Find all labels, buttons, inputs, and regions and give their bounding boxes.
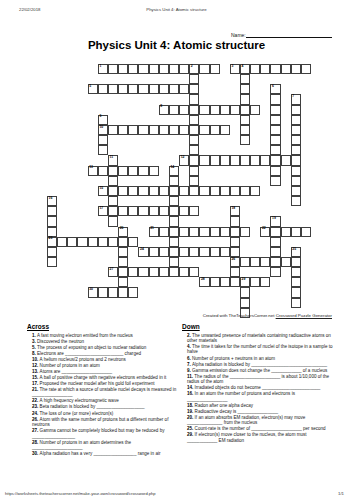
grid-cell-r0c11[interactable] xyxy=(159,64,169,74)
grid-blank xyxy=(128,145,138,155)
grid-blank xyxy=(88,206,98,216)
grid-cell-r9c13[interactable]: 12 xyxy=(179,155,189,165)
grid-cell-r10c5[interactable] xyxy=(98,166,108,176)
grid-cell-r0c20[interactable] xyxy=(250,64,260,74)
grid-cell-r15c12[interactable] xyxy=(169,216,179,226)
grid-blank xyxy=(128,155,138,165)
grid-cell-r7c14[interactable] xyxy=(189,135,199,145)
grid-cell-r19c24[interactable] xyxy=(291,257,301,267)
grid-cell-r4c16[interactable] xyxy=(210,105,220,115)
grid-cell-r20c24[interactable] xyxy=(291,267,301,277)
grid-cell-r8c14[interactable] xyxy=(189,145,199,155)
grid-blank xyxy=(159,145,169,155)
name-row: Name: xyxy=(231,32,332,38)
grid-blank xyxy=(88,155,98,165)
grid-cell-r17c8[interactable] xyxy=(128,237,138,247)
grid-cell-r4c14[interactable] xyxy=(189,105,199,115)
grid-cell-r14c14[interactable] xyxy=(189,206,199,216)
grid-cell-r14c13[interactable] xyxy=(179,206,189,216)
grid-blank xyxy=(189,216,199,226)
grid-cell-r22c19[interactable] xyxy=(240,287,250,297)
grid-cell-r17c5[interactable] xyxy=(98,237,108,247)
grid-cell-r10c14[interactable] xyxy=(189,166,199,176)
credit-line: Created with TheTeachersCorner.net Cross… xyxy=(203,313,332,318)
grid-cell-r20c6[interactable]: 27 xyxy=(108,267,118,277)
grid-blank xyxy=(169,277,179,287)
grid-cell-r10c4[interactable]: 13 xyxy=(88,166,98,176)
grid-cell-r2c14[interactable] xyxy=(189,84,199,94)
grid-blank xyxy=(47,115,57,125)
cell-number-1: 1 xyxy=(99,65,101,69)
grid-cell-r0c9[interactable] xyxy=(138,64,148,74)
grid-cell-r3c19[interactable] xyxy=(240,94,250,104)
grid-cell-r12c14[interactable] xyxy=(189,186,199,196)
grid-cell-r18c17[interactable] xyxy=(220,247,230,257)
grid-cell-r15c0[interactable] xyxy=(47,216,57,226)
grid-cell-r0c23[interactable] xyxy=(281,64,291,74)
grid-cell-r18c10[interactable] xyxy=(149,247,159,257)
grid-cell-r2c7[interactable] xyxy=(118,84,128,94)
grid-cell-r16c23[interactable] xyxy=(281,227,291,237)
grid-cell-r2c12[interactable] xyxy=(169,84,179,94)
grid-blank xyxy=(199,196,209,206)
grid-cell-r2c10[interactable] xyxy=(149,84,159,94)
grid-cell-r8c5[interactable] xyxy=(98,145,108,155)
grid-cell-r15c18[interactable] xyxy=(230,216,240,226)
grid-cell-r0c19[interactable]: 4 xyxy=(240,64,250,74)
grid-cell-r21c15[interactable]: 28 xyxy=(199,277,209,287)
grid-cell-r9c6[interactable]: 11 xyxy=(108,155,118,165)
grid-blank xyxy=(47,84,57,94)
grid-cell-r18c15[interactable] xyxy=(199,247,209,257)
grid-cell-r17c1[interactable] xyxy=(57,237,67,247)
grid-cell-r21c7[interactable] xyxy=(118,277,128,287)
grid-cell-r12c18[interactable] xyxy=(230,186,240,196)
grid-cell-r21c16[interactable] xyxy=(210,277,220,287)
grid-cell-r0c18[interactable]: 3 xyxy=(230,64,240,74)
grid-cell-r2c6[interactable] xyxy=(108,84,118,94)
grid-cell-r22c7[interactable] xyxy=(118,287,128,297)
grid-cell-r22c6[interactable] xyxy=(108,287,118,297)
grid-blank xyxy=(77,277,87,287)
grid-cell-r0c16[interactable] xyxy=(210,64,220,74)
clue-12: 12. Number of protons in an atom xyxy=(27,363,177,368)
grid-cell-r6c10[interactable] xyxy=(149,125,159,135)
grid-cell-r0c13[interactable] xyxy=(179,64,189,74)
grid-cell-r10c6[interactable] xyxy=(108,166,118,176)
grid-cell-r12c7[interactable] xyxy=(118,186,128,196)
grid-cell-r22c8[interactable] xyxy=(128,287,138,297)
grid-cell-r20c13[interactable] xyxy=(179,267,189,277)
grid-blank xyxy=(169,135,179,145)
grid-cell-r6c9[interactable] xyxy=(138,125,148,135)
grid-cell-r17c18[interactable] xyxy=(230,237,240,247)
grid-cell-r9c24[interactable] xyxy=(291,155,301,165)
grid-blank xyxy=(67,74,77,84)
page-title: Physics Unit 4: Atomic structure xyxy=(0,39,353,51)
grid-cell-r12c13[interactable] xyxy=(179,186,189,196)
cell-number-22: 22 xyxy=(262,227,266,231)
cell-number-15: 15 xyxy=(99,187,103,191)
grid-cell-r16c14[interactable] xyxy=(189,227,199,237)
grid-cell-r14c11[interactable] xyxy=(159,206,169,216)
grid-cell-r19c0[interactable] xyxy=(47,257,57,267)
grid-cell-r14c8[interactable] xyxy=(128,206,138,216)
grid-cell-r18c13[interactable] xyxy=(179,247,189,257)
grid-cell-r2c22[interactable]: 6 xyxy=(270,84,280,94)
grid-cell-r9c21[interactable] xyxy=(260,155,270,165)
grid-cell-r7c24[interactable] xyxy=(291,135,301,145)
grid-blank xyxy=(210,267,220,277)
grid-cell-r2c5[interactable] xyxy=(98,84,108,94)
grid-cell-r20c14[interactable] xyxy=(189,267,199,277)
grid-cell-r2c11[interactable] xyxy=(159,84,169,94)
grid-cell-r23c19[interactable] xyxy=(240,298,250,308)
grid-blank xyxy=(47,155,57,165)
grid-cell-r10c8[interactable] xyxy=(128,166,138,176)
grid-blank xyxy=(270,206,280,216)
grid-cell-r4c15[interactable] xyxy=(199,105,209,115)
grid-cell-r0c14[interactable]: 2 xyxy=(189,64,199,74)
grid-blank xyxy=(57,155,67,165)
clue-13: 13. Atoms are ____________________ xyxy=(27,369,177,374)
grid-cell-r15c6[interactable] xyxy=(108,216,118,226)
grid-cell-r14c18[interactable]: 18 xyxy=(230,206,240,216)
grid-cell-r8c22[interactable] xyxy=(270,145,280,155)
grid-cell-r0c6[interactable] xyxy=(108,64,118,74)
grid-cell-r16c24[interactable] xyxy=(291,227,301,237)
grid-cell-r17c4[interactable] xyxy=(88,237,98,247)
grid-cell-r12c17[interactable] xyxy=(220,186,230,196)
grid-blank xyxy=(260,166,270,176)
grid-blank xyxy=(108,298,118,308)
grid-cell-r6c11[interactable] xyxy=(159,125,169,135)
grid-cell-r4c20[interactable] xyxy=(250,105,260,115)
grid-cell-r6c24[interactable] xyxy=(291,125,301,135)
grid-cell-r4c24[interactable] xyxy=(291,105,301,115)
grid-blank xyxy=(128,135,138,145)
grid-blank xyxy=(57,176,67,186)
grid-cell-r21c17[interactable] xyxy=(220,277,230,287)
grid-cell-r18c22[interactable] xyxy=(270,247,280,257)
grid-cell-r18c9[interactable]: 24 xyxy=(138,247,148,257)
grid-blank xyxy=(67,84,77,94)
grid-cell-r18c24[interactable]: 25 xyxy=(291,247,301,257)
grid-cell-r0c12[interactable] xyxy=(169,64,179,74)
grid-cell-r5c14[interactable] xyxy=(189,115,199,125)
grid-cell-r22c5[interactable] xyxy=(98,287,108,297)
grid-cell-r0c24[interactable] xyxy=(291,64,301,74)
grid-cell-r5c5[interactable]: 9 xyxy=(98,115,108,125)
grid-cell-r20c12[interactable] xyxy=(169,267,179,277)
grid-cell-r6c6[interactable] xyxy=(108,125,118,135)
grid-cell-r20c18[interactable] xyxy=(230,267,240,277)
grid-cell-r11c14[interactable] xyxy=(189,176,199,186)
grid-blank xyxy=(128,176,138,186)
grid-cell-r10c12[interactable]: 14 xyxy=(169,166,179,176)
grid-blank xyxy=(230,287,240,297)
grid-cell-r13c6[interactable] xyxy=(108,196,118,206)
grid-blank xyxy=(260,115,270,125)
grid-cell-r12c6[interactable] xyxy=(108,186,118,196)
grid-cell-r12c24[interactable] xyxy=(291,186,301,196)
grid-cell-r12c19[interactable] xyxy=(240,186,250,196)
grid-cell-r9c18[interactable] xyxy=(230,155,240,165)
grid-cell-r15c22[interactable]: 19 xyxy=(270,216,280,226)
grid-cell-r17c22[interactable] xyxy=(270,237,280,247)
grid-cell-r5c24[interactable] xyxy=(291,115,301,125)
cell-number-7: 7 xyxy=(292,95,294,99)
grid-cell-r18c14[interactable] xyxy=(189,247,199,257)
grid-cell-r16c0[interactable] xyxy=(47,227,57,237)
name-label: Name: xyxy=(231,32,246,38)
grid-cell-r2c19[interactable] xyxy=(240,84,250,94)
grid-cell-r1c14[interactable] xyxy=(189,74,199,84)
grid-cell-r4c18[interactable] xyxy=(230,105,240,115)
grid-cell-r21c18[interactable] xyxy=(230,277,240,287)
grid-cell-r0c21[interactable] xyxy=(260,64,270,74)
grid-cell-r11c24[interactable] xyxy=(291,176,301,186)
grid-cell-r14c0[interactable] xyxy=(47,206,57,216)
grid-cell-r10c22[interactable] xyxy=(270,166,280,176)
grid-blank xyxy=(199,115,209,125)
grid-cell-r20c9[interactable] xyxy=(138,267,148,277)
grid-cell-r6c13[interactable] xyxy=(179,125,189,135)
grid-cell-r6c8[interactable] xyxy=(128,125,138,135)
grid-cell-r4c12[interactable] xyxy=(169,105,179,115)
grid-cell-r18c7[interactable] xyxy=(118,247,128,257)
grid-cell-r14c6[interactable] xyxy=(108,206,118,216)
grid-blank xyxy=(179,115,189,125)
grid-blank xyxy=(88,94,98,104)
grid-cell-r10c7[interactable] xyxy=(118,166,128,176)
grid-cell-r18c11[interactable] xyxy=(159,247,169,257)
grid-cell-r17c6[interactable] xyxy=(108,237,118,247)
grid-cell-r2c4[interactable]: 5 xyxy=(88,84,98,94)
grid-cell-r16c7[interactable]: 20 xyxy=(118,227,128,237)
grid-cell-r21c20[interactable] xyxy=(250,277,260,287)
grid-cell-r2c9[interactable] xyxy=(138,84,148,94)
grid-cell-r7c22[interactable] xyxy=(270,135,280,145)
grid-cell-r4c22[interactable] xyxy=(270,105,280,115)
grid-cell-r0c10[interactable] xyxy=(149,64,159,74)
grid-blank xyxy=(57,125,67,135)
grid-cell-r3c14[interactable] xyxy=(189,94,199,104)
grid-cell-r12c11[interactable] xyxy=(159,186,169,196)
grid-cell-r22c4[interactable]: 30 xyxy=(88,287,98,297)
grid-cell-r9c16[interactable] xyxy=(210,155,220,165)
grid-cell-r5c22[interactable] xyxy=(270,115,280,125)
grid-cell-r0c5[interactable]: 1 xyxy=(98,64,108,74)
grid-blank xyxy=(67,247,77,257)
grid-blank xyxy=(281,74,291,84)
grid-cell-r16c16[interactable] xyxy=(210,227,220,237)
grid-cell-r12c10[interactable] xyxy=(149,186,159,196)
grid-cell-r10c10[interactable] xyxy=(149,166,159,176)
grid-cell-r16c13[interactable] xyxy=(179,227,189,237)
grid-blank xyxy=(67,176,77,186)
grid-cell-r4c19[interactable] xyxy=(240,105,250,115)
grid-cell-r17c3[interactable] xyxy=(77,237,87,247)
grid-blank xyxy=(230,115,240,125)
grid-blank xyxy=(189,257,199,267)
grid-blank xyxy=(67,115,77,125)
grid-cell-r6c16[interactable] xyxy=(210,125,220,135)
grid-cell-r12c8[interactable] xyxy=(128,186,138,196)
grid-cell-r18c18[interactable] xyxy=(230,247,240,257)
grid-cell-r17c0[interactable]: 23 xyxy=(47,237,57,247)
cell-number-10: 10 xyxy=(99,126,103,130)
grid-cell-r3c22[interactable] xyxy=(270,94,280,104)
grid-cell-r19c18[interactable]: 26 xyxy=(230,257,240,267)
grid-cell-r6c14[interactable] xyxy=(189,125,199,135)
grid-cell-r4c17[interactable] xyxy=(220,105,230,115)
grid-cell-r20c22[interactable] xyxy=(270,267,280,277)
grid-cell-r11c12[interactable] xyxy=(169,176,179,186)
grid-cell-r18c16[interactable] xyxy=(210,247,220,257)
grid-blank xyxy=(281,287,291,297)
grid-cell-r7c5[interactable] xyxy=(98,135,108,145)
grid-cell-r16c18[interactable] xyxy=(230,227,240,237)
grid-cell-r8c24[interactable] xyxy=(291,145,301,155)
grid-cell-r19c20[interactable] xyxy=(250,257,260,267)
grid-cell-r23c24[interactable] xyxy=(291,298,301,308)
grid-cell-r12c9[interactable] xyxy=(138,186,148,196)
grid-blank xyxy=(57,64,67,74)
grid-cell-r16c19[interactable] xyxy=(240,227,250,237)
credit-prefix: Created with TheTeachersCorner.net xyxy=(203,313,276,318)
grid-cell-r18c0[interactable] xyxy=(47,247,57,257)
grid-cell-r2c13[interactable] xyxy=(179,84,189,94)
grid-cell-r12c5[interactable]: 15 xyxy=(98,186,108,196)
grid-cell-r6c19[interactable] xyxy=(240,125,250,135)
grid-cell-r5c19[interactable] xyxy=(240,115,250,125)
grid-cell-r9c20[interactable] xyxy=(250,155,260,165)
grid-cell-r20c7[interactable] xyxy=(118,267,128,277)
grid-cell-r0c8[interactable] xyxy=(128,64,138,74)
grid-cell-r19c12[interactable] xyxy=(169,257,179,267)
grid-blank xyxy=(301,247,311,257)
grid-cell-r9c15[interactable] xyxy=(199,155,209,165)
grid-cell-r9c14[interactable] xyxy=(189,155,199,165)
grid-cell-r14c7[interactable] xyxy=(118,206,128,216)
grid-cell-r16c21[interactable]: 22 xyxy=(260,227,270,237)
grid-cell-r2c8[interactable] xyxy=(128,84,138,94)
grid-cell-r14c10[interactable] xyxy=(149,206,159,216)
grid-cell-r9c17[interactable] xyxy=(220,155,230,165)
grid-cell-r6c15[interactable] xyxy=(199,125,209,135)
grid-cell-r16c17[interactable] xyxy=(220,227,230,237)
grid-blank xyxy=(88,176,98,186)
grid-cell-r16c12[interactable] xyxy=(169,227,179,237)
grid-cell-r16c15[interactable] xyxy=(199,227,209,237)
grid-cell-r10c9[interactable] xyxy=(138,166,148,176)
grid-blank xyxy=(128,308,138,318)
grid-cell-r6c22[interactable] xyxy=(270,125,280,135)
grid-blank xyxy=(57,145,67,155)
grid-blank xyxy=(230,298,240,308)
grid-cell-r4c13[interactable] xyxy=(179,105,189,115)
grid-blank xyxy=(230,166,240,176)
grid-cell-r13c0[interactable]: 16 xyxy=(47,196,57,206)
grid-cell-r17c7[interactable] xyxy=(118,237,128,247)
grid-cell-r12c16[interactable] xyxy=(210,186,220,196)
grid-cell-r0c15[interactable] xyxy=(199,64,209,74)
grid-cell-r4c11[interactable]: 8 xyxy=(159,105,169,115)
grid-cell-r19c7[interactable] xyxy=(118,257,128,267)
grid-cell-r13c24[interactable] xyxy=(291,196,301,206)
grid-cell-r11c6[interactable] xyxy=(108,176,118,186)
grid-cell-r10c24[interactable] xyxy=(291,166,301,176)
grid-cell-r1c19[interactable] xyxy=(240,74,250,84)
clue-19: 19. Radioactive decay is _______________… xyxy=(182,409,336,414)
grid-blank xyxy=(128,298,138,308)
grid-cell-r14c12[interactable] xyxy=(169,206,179,216)
grid-blank xyxy=(128,216,138,226)
grid-cell-r6c17[interactable] xyxy=(220,125,230,135)
grid-cell-r13c12[interactable] xyxy=(169,196,179,206)
grid-cell-r14c9[interactable] xyxy=(138,206,148,216)
generator-link[interactable]: Crossword Puzzle Generator xyxy=(276,313,332,318)
grid-blank xyxy=(210,115,220,125)
grid-cell-r9c23[interactable] xyxy=(281,155,291,165)
grid-cell-r18c12[interactable] xyxy=(169,247,179,257)
grid-cell-r17c12[interactable] xyxy=(169,237,179,247)
grid-cell-r9c19[interactable] xyxy=(240,155,250,165)
grid-cell-r22c24[interactable] xyxy=(291,287,301,297)
grid-cell-r21c21[interactable] xyxy=(260,277,270,287)
grid-cell-r6c5[interactable]: 10 xyxy=(98,125,108,135)
grid-cell-r0c7[interactable] xyxy=(118,64,128,74)
grid-cell-r9c22[interactable] xyxy=(270,155,280,165)
grid-cell-r19c19[interactable] xyxy=(240,257,250,267)
grid-cell-r21c19[interactable]: 29 xyxy=(240,277,250,287)
grid-cell-r12c15[interactable] xyxy=(199,186,209,196)
grid-cell-r20c10[interactable] xyxy=(149,267,159,277)
grid-cell-r16c10[interactable]: 21 xyxy=(149,227,159,237)
grid-cell-r20c11[interactable] xyxy=(159,267,169,277)
grid-cell-r17c2[interactable] xyxy=(67,237,77,247)
grid-cell-r19c22[interactable] xyxy=(270,257,280,267)
grid-cell-r19c23[interactable] xyxy=(281,257,291,267)
grid-cell-r3c24[interactable]: 7 xyxy=(291,94,301,104)
grid-cell-r0c22[interactable] xyxy=(270,64,280,74)
grid-cell-r12c12[interactable] xyxy=(169,186,179,196)
grid-cell-r6c12[interactable] xyxy=(169,125,179,135)
grid-cell-r11c22[interactable] xyxy=(270,176,280,186)
grid-cell-r14c5[interactable]: 17 xyxy=(98,206,108,216)
grid-cell-r16c25[interactable] xyxy=(301,227,311,237)
grid-blank xyxy=(301,166,311,176)
grid-blank xyxy=(138,216,148,226)
grid-blank xyxy=(159,237,169,247)
grid-cell-r16c22[interactable] xyxy=(270,227,280,237)
grid-cell-r12c20[interactable] xyxy=(250,186,260,196)
grid-cell-r19c21[interactable] xyxy=(260,257,270,267)
grid-cell-r7c19[interactable] xyxy=(240,135,250,145)
grid-blank xyxy=(77,135,87,145)
grid-cell-r20c8[interactable] xyxy=(128,267,138,277)
grid-blank xyxy=(210,176,220,186)
cell-number-6: 6 xyxy=(272,85,274,89)
grid-cell-r0c25[interactable] xyxy=(301,64,311,74)
grid-cell-r16c11[interactable] xyxy=(159,227,169,237)
grid-blank xyxy=(128,74,138,84)
grid-cell-r21c24[interactable] xyxy=(291,277,301,287)
grid-blank xyxy=(301,206,311,216)
grid-blank xyxy=(301,196,311,206)
grid-cell-r6c7[interactable] xyxy=(118,125,128,135)
